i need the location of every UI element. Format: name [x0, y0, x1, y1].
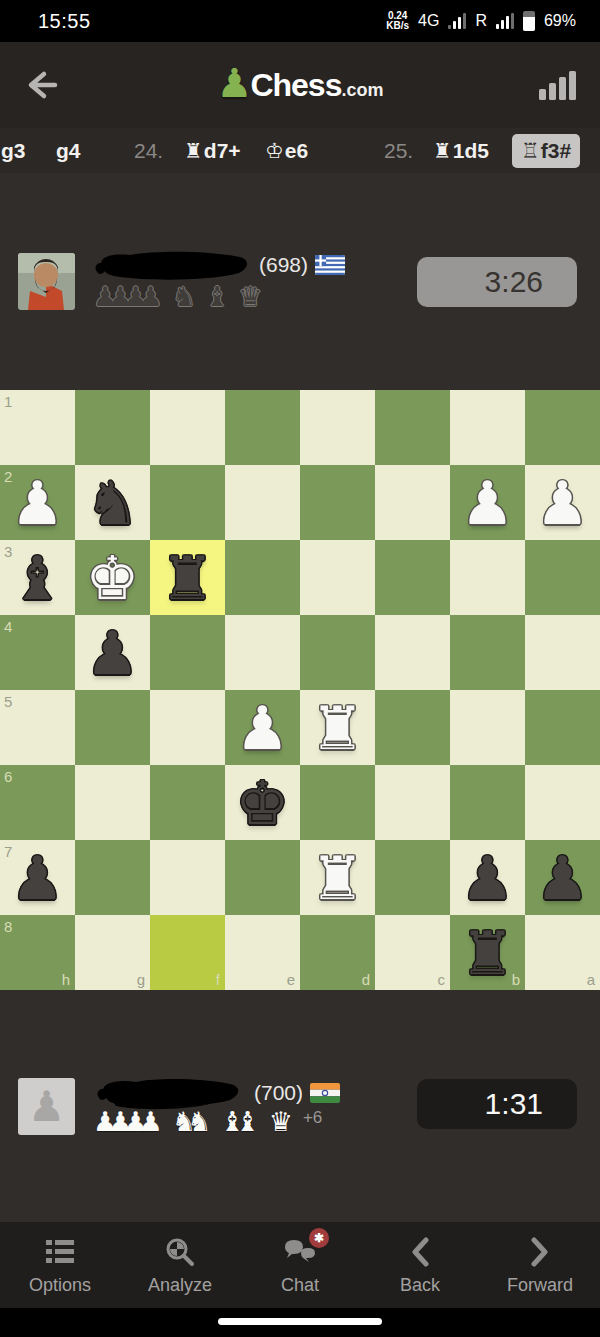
square-g7[interactable] — [75, 840, 150, 915]
square-f6[interactable] — [150, 765, 225, 840]
square-c7[interactable] — [375, 840, 450, 915]
piece-white-rook-d7: ♜ — [300, 840, 375, 915]
captured-black-pawns: ♟♟♟♟ — [93, 283, 163, 310]
square-c3[interactable] — [375, 540, 450, 615]
figurine-rook-icon: ♜ — [433, 139, 452, 163]
network-speed: 0.24 KB/s — [386, 11, 409, 31]
captured-black-knight: ♞ — [172, 283, 196, 310]
move-item[interactable]: ♜1d5 — [433, 128, 489, 173]
options-list-icon — [45, 1235, 75, 1269]
square-d8[interactable]: d — [300, 915, 375, 990]
network-type-r: R — [475, 12, 487, 30]
square-a6[interactable] — [525, 765, 600, 840]
square-a1[interactable] — [525, 390, 600, 465]
square-b7[interactable]: ♟ — [450, 840, 525, 915]
square-d6[interactable] — [300, 765, 375, 840]
piece-black-knight-g2: ♞ — [75, 465, 150, 540]
square-d4[interactable] — [300, 615, 375, 690]
chess-board: 12♟♞♟♟3♝♚♜4♟5♟♜6♚7♟♜♟♟8hgfedcb♜a — [0, 390, 600, 990]
square-f5[interactable] — [150, 690, 225, 765]
captured-black-queen: ♛ — [238, 283, 262, 310]
rank-label-7: 7 — [4, 843, 12, 860]
figurine-king-icon: ♔ — [265, 139, 284, 163]
square-h2[interactable]: 2♟ — [0, 465, 75, 540]
square-c8[interactable]: c — [375, 915, 450, 990]
captured-white-pawns: ♟♟♟♟ — [93, 1108, 163, 1135]
piece-white-rook-d5: ♜ — [300, 690, 375, 765]
square-e1[interactable] — [225, 390, 300, 465]
file-label-f: f — [216, 971, 220, 988]
square-f7[interactable] — [150, 840, 225, 915]
figurine-rook-icon: ♖ — [521, 139, 540, 163]
square-d3[interactable] — [300, 540, 375, 615]
square-g1[interactable] — [75, 390, 150, 465]
square-h6[interactable]: 6 — [0, 765, 75, 840]
square-e6[interactable]: ♚ — [225, 765, 300, 840]
connection-strength-icon — [539, 70, 576, 100]
redacted-name-scribble — [92, 248, 252, 282]
square-a8[interactable]: a — [525, 915, 600, 990]
square-g5[interactable] — [75, 690, 150, 765]
status-time: 15:55 — [38, 10, 91, 33]
square-d5[interactable]: ♜ — [300, 690, 375, 765]
square-b4[interactable] — [450, 615, 525, 690]
analyze-magnifier-icon — [165, 1235, 195, 1269]
opponent-avatar[interactable] — [18, 253, 75, 310]
square-f2[interactable] — [150, 465, 225, 540]
piece-black-pawn-h7: ♟ — [0, 840, 75, 915]
captured-pieces-by-white: ♟♟♟♟ ♞ ♝ ♛ — [93, 283, 262, 310]
move-item[interactable]: g4 — [56, 128, 81, 173]
rank-label-6: 6 — [4, 768, 12, 785]
square-e3[interactable] — [225, 540, 300, 615]
square-a4[interactable] — [525, 615, 600, 690]
chesscom-logo: ♟ Chess .com — [0, 42, 600, 128]
file-label-a: a — [587, 971, 595, 988]
forward-move-button[interactable]: Forward — [480, 1222, 600, 1308]
piece-black-rook-b8: ♜ — [450, 915, 525, 990]
square-d1[interactable] — [300, 390, 375, 465]
square-a5[interactable] — [525, 690, 600, 765]
piece-white-pawn-a2: ♟ — [525, 465, 600, 540]
square-b3[interactable] — [450, 540, 525, 615]
chevron-left-icon — [410, 1235, 430, 1269]
square-b6[interactable] — [450, 765, 525, 840]
move-list-bar: g3 g4 24. ♜d7+ ♔e6 25. ♜1d5 ♖f3# — [0, 128, 600, 173]
app-header: ♟ Chess .com — [0, 42, 600, 128]
opponent-name-row: (698) — [92, 248, 345, 282]
rank-label-2: 2 — [4, 468, 12, 485]
gesture-area — [0, 1308, 600, 1337]
piece-black-pawn-g4: ♟ — [75, 615, 150, 690]
square-h4[interactable]: 4 — [0, 615, 75, 690]
square-g3[interactable]: ♚ — [75, 540, 150, 615]
file-label-h: h — [62, 971, 70, 988]
logo-text: Chess — [250, 67, 341, 104]
chess-app-screen: 15:55 0.24 KB/s 4G R 69% ♟ Chess .com — [0, 0, 600, 1337]
square-f4[interactable] — [150, 615, 225, 690]
square-h8[interactable]: 8h — [0, 915, 75, 990]
opponent-rating: (698) — [259, 253, 308, 277]
battery-icon — [523, 11, 535, 31]
square-f1[interactable] — [150, 390, 225, 465]
square-f8[interactable]: f — [150, 915, 225, 990]
square-c2[interactable] — [375, 465, 450, 540]
piece-black-pawn-a7: ♟ — [525, 840, 600, 915]
move-item[interactable]: ♜d7+ — [184, 128, 241, 173]
greece-flag-icon — [315, 255, 345, 275]
captured-black-bishop: ♝ — [205, 283, 229, 310]
square-a7[interactable]: ♟ — [525, 840, 600, 915]
piece-white-pawn-h2: ♟ — [0, 465, 75, 540]
square-g6[interactable] — [75, 765, 150, 840]
square-b2[interactable]: ♟ — [450, 465, 525, 540]
bottom-nav-bar: Options Analyze ✱ Chat — [0, 1222, 600, 1308]
square-b1[interactable] — [450, 390, 525, 465]
move-number: 24. — [134, 128, 163, 173]
move-item[interactable]: ♔e6 — [265, 128, 308, 173]
file-label-c: c — [438, 971, 446, 988]
piece-black-king-e6: ♚ — [225, 765, 300, 840]
square-h7[interactable]: 7♟ — [0, 840, 75, 915]
file-label-d: d — [362, 971, 370, 988]
file-label-e: e — [287, 971, 295, 988]
square-e8[interactable]: e — [225, 915, 300, 990]
square-c1[interactable] — [375, 390, 450, 465]
square-d2[interactable] — [300, 465, 375, 540]
square-g4[interactable]: ♟ — [75, 615, 150, 690]
piece-white-pawn-e5: ♟ — [225, 690, 300, 765]
rank-label-4: 4 — [4, 618, 12, 635]
status-bar: 15:55 0.24 KB/s 4G R 69% — [0, 0, 600, 42]
square-h5[interactable]: 5 — [0, 690, 75, 765]
avatar-photo — [18, 253, 75, 310]
rank-label-8: 8 — [4, 918, 12, 935]
rank-label-3: 3 — [4, 543, 12, 560]
chevron-right-icon — [530, 1235, 550, 1269]
square-g2[interactable]: ♞ — [75, 465, 150, 540]
square-e4[interactable] — [225, 615, 300, 690]
square-g8[interactable]: g — [75, 915, 150, 990]
home-indicator[interactable] — [218, 1318, 382, 1325]
square-a3[interactable] — [525, 540, 600, 615]
square-b5[interactable] — [450, 690, 525, 765]
move-item[interactable]: g3 — [1, 128, 26, 173]
logo-pawn-icon: ♟ — [217, 60, 253, 106]
captured-white-knights: ♞♞ — [172, 1108, 211, 1135]
logo-text-suffix: .com — [341, 80, 383, 101]
square-f3[interactable]: ♜ — [150, 540, 225, 615]
analyze-button[interactable]: Analyze — [120, 1222, 240, 1308]
opponent-clock: 3:26 — [417, 257, 577, 307]
square-e2[interactable] — [225, 465, 300, 540]
material-advantage: +6 — [302, 1104, 322, 1131]
square-b8[interactable]: b♜ — [450, 915, 525, 990]
captured-pieces-by-black: ♟♟♟♟ ♞♞ ♝♝ ♛ +6 — [93, 1108, 322, 1135]
options-button[interactable]: Options — [0, 1222, 120, 1308]
square-h1[interactable]: 1 — [0, 390, 75, 465]
square-a2[interactable]: ♟ — [525, 465, 600, 540]
square-d7[interactable]: ♜ — [300, 840, 375, 915]
battery-percent: 69% — [544, 12, 576, 30]
chat-button[interactable]: ✱ Chat — [240, 1222, 360, 1308]
square-c5[interactable] — [375, 690, 450, 765]
default-pawn-avatar-icon: ♟ — [28, 1082, 66, 1131]
signal-bars-icon — [448, 13, 466, 29]
figurine-rook-icon: ♜ — [184, 139, 203, 163]
piece-black-bishop-h3: ♝ — [0, 540, 75, 615]
india-flag-icon — [310, 1083, 340, 1103]
current-move-chip[interactable]: ♖f3# — [512, 134, 580, 168]
file-label-g: g — [137, 971, 145, 988]
redacted-name-scribble — [92, 1076, 247, 1110]
piece-white-pawn-b2: ♟ — [450, 465, 525, 540]
rank-label-1: 1 — [4, 393, 12, 410]
file-label-b: b — [512, 971, 520, 988]
network-type-4g: 4G — [418, 12, 439, 30]
square-e7[interactable] — [225, 840, 300, 915]
player-rating: (700) — [254, 1081, 303, 1105]
square-c6[interactable] — [375, 765, 450, 840]
piece-black-pawn-b7: ♟ — [450, 840, 525, 915]
chat-notification-badge: ✱ — [309, 1228, 329, 1248]
player-avatar[interactable]: ♟ — [18, 1078, 75, 1135]
signal-bars-icon-2 — [496, 13, 514, 29]
captured-white-bishops: ♝♝ — [220, 1108, 259, 1135]
piece-white-king-g3: ♚ — [75, 540, 150, 615]
captured-white-queen: ♛ — [269, 1108, 293, 1135]
square-c4[interactable] — [375, 615, 450, 690]
square-h3[interactable]: 3♝ — [0, 540, 75, 615]
move-number: 25. — [384, 128, 413, 173]
back-move-button[interactable]: Back — [360, 1222, 480, 1308]
square-e5[interactable]: ♟ — [225, 690, 300, 765]
chat-bubbles-icon: ✱ — [283, 1235, 317, 1269]
player-clock: 1:31 — [417, 1079, 577, 1129]
rank-label-5: 5 — [4, 693, 12, 710]
piece-black-rook-f3: ♜ — [150, 540, 225, 615]
